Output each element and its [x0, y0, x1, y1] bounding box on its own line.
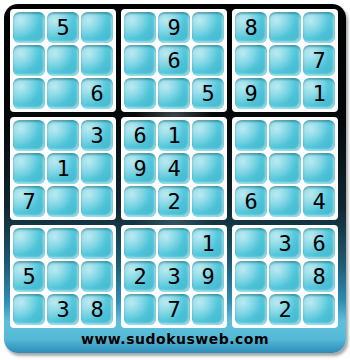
- cell-r4c4[interactable]: 6: [124, 120, 156, 151]
- cell-r8c5[interactable]: 3: [158, 261, 190, 292]
- cell-r8c1[interactable]: 5: [13, 261, 45, 292]
- cell-r1c2[interactable]: 5: [47, 12, 79, 43]
- cell-r2c8[interactable]: [269, 45, 301, 76]
- cell-r2c5[interactable]: 6: [158, 45, 190, 76]
- cell-r3c4[interactable]: [124, 78, 156, 109]
- cell-r5c4[interactable]: 9: [124, 153, 156, 184]
- cell-r1c9[interactable]: [303, 12, 335, 43]
- cell-r2c9[interactable]: 7: [303, 45, 335, 76]
- cell-r9c9[interactable]: [303, 294, 335, 325]
- cell-r4c8[interactable]: [269, 120, 301, 151]
- cell-r7c7[interactable]: [235, 228, 267, 259]
- cell-r3c9[interactable]: 1: [303, 78, 335, 109]
- cell-r9c2[interactable]: 3: [47, 294, 79, 325]
- cell-r9c5[interactable]: 7: [158, 294, 190, 325]
- cell-r7c2[interactable]: [47, 228, 79, 259]
- cell-r8c3[interactable]: [81, 261, 113, 292]
- cell-r5c9[interactable]: [303, 153, 335, 184]
- cell-r3c3[interactable]: 6: [81, 78, 113, 109]
- cell-r5c5[interactable]: 4: [158, 153, 190, 184]
- cell-r9c6[interactable]: [192, 294, 224, 325]
- cell-r4c5[interactable]: 1: [158, 120, 190, 151]
- cell-r3c6[interactable]: 5: [192, 78, 224, 109]
- cell-r6c6[interactable]: [192, 186, 224, 217]
- cell-r5c8[interactable]: [269, 153, 301, 184]
- cell-r5c1[interactable]: [13, 153, 45, 184]
- box-2-2: 61942: [121, 117, 227, 220]
- cell-r9c3[interactable]: 8: [81, 294, 113, 325]
- cell-r8c8[interactable]: [269, 261, 301, 292]
- cell-r1c5[interactable]: 9: [158, 12, 190, 43]
- cell-r9c4[interactable]: [124, 294, 156, 325]
- box-2-1: 317: [10, 117, 116, 220]
- box-3-1: 538: [10, 225, 116, 328]
- cell-r5c6[interactable]: [192, 153, 224, 184]
- cell-r7c3[interactable]: [81, 228, 113, 259]
- cell-r2c6[interactable]: [192, 45, 224, 76]
- cell-r3c7[interactable]: 9: [235, 78, 267, 109]
- cell-r7c9[interactable]: 6: [303, 228, 335, 259]
- cell-r6c5[interactable]: 2: [158, 186, 190, 217]
- cell-r1c8[interactable]: [269, 12, 301, 43]
- cell-r8c9[interactable]: 8: [303, 261, 335, 292]
- cell-r6c3[interactable]: [81, 186, 113, 217]
- cell-r1c3[interactable]: [81, 12, 113, 43]
- cell-r3c8[interactable]: [269, 78, 301, 109]
- box-1-2: 965: [121, 9, 227, 112]
- cell-r1c1[interactable]: [13, 12, 45, 43]
- cell-r3c5[interactable]: [158, 78, 190, 109]
- cell-r6c2[interactable]: [47, 186, 79, 217]
- box-1-3: 8791: [232, 9, 338, 112]
- cell-r4c6[interactable]: [192, 120, 224, 151]
- cell-r4c2[interactable]: [47, 120, 79, 151]
- cell-r8c2[interactable]: [47, 261, 79, 292]
- cell-r1c4[interactable]: [124, 12, 156, 43]
- cell-r2c1[interactable]: [13, 45, 45, 76]
- cell-r6c1[interactable]: 7: [13, 186, 45, 217]
- cell-r5c3[interactable]: [81, 153, 113, 184]
- box-2-3: 64: [232, 117, 338, 220]
- cell-r7c6[interactable]: 1: [192, 228, 224, 259]
- cell-r4c3[interactable]: 3: [81, 120, 113, 151]
- box-3-2: 12397: [121, 225, 227, 328]
- cell-r1c7[interactable]: 8: [235, 12, 267, 43]
- cell-r3c2[interactable]: [47, 78, 79, 109]
- cell-r2c4[interactable]: [124, 45, 156, 76]
- cell-r8c4[interactable]: 2: [124, 261, 156, 292]
- cell-r6c8[interactable]: [269, 186, 301, 217]
- cell-r6c4[interactable]: [124, 186, 156, 217]
- sudoku-grid: 5696587913176194264538123973682: [10, 9, 338, 328]
- cell-r2c2[interactable]: [47, 45, 79, 76]
- box-1-1: 56: [10, 9, 116, 112]
- cell-r9c7[interactable]: [235, 294, 267, 325]
- website-url[interactable]: www.sudokusweb.com: [4, 331, 346, 349]
- cell-r6c9[interactable]: 4: [303, 186, 335, 217]
- cell-r7c1[interactable]: [13, 228, 45, 259]
- cell-r1c6[interactable]: [192, 12, 224, 43]
- cell-r2c3[interactable]: [81, 45, 113, 76]
- cell-r9c1[interactable]: [13, 294, 45, 325]
- cell-r5c7[interactable]: [235, 153, 267, 184]
- cell-r9c8[interactable]: 2: [269, 294, 301, 325]
- cell-r4c9[interactable]: [303, 120, 335, 151]
- cell-r2c7[interactable]: [235, 45, 267, 76]
- cell-r5c2[interactable]: 1: [47, 153, 79, 184]
- cell-r8c7[interactable]: [235, 261, 267, 292]
- cell-r7c8[interactable]: 3: [269, 228, 301, 259]
- cell-r7c5[interactable]: [158, 228, 190, 259]
- cell-r3c1[interactable]: [13, 78, 45, 109]
- cell-r4c1[interactable]: [13, 120, 45, 151]
- cell-r4c7[interactable]: [235, 120, 267, 151]
- cell-r8c6[interactable]: 9: [192, 261, 224, 292]
- box-3-3: 3682: [232, 225, 338, 328]
- cell-r6c7[interactable]: 6: [235, 186, 267, 217]
- cell-r7c4[interactable]: [124, 228, 156, 259]
